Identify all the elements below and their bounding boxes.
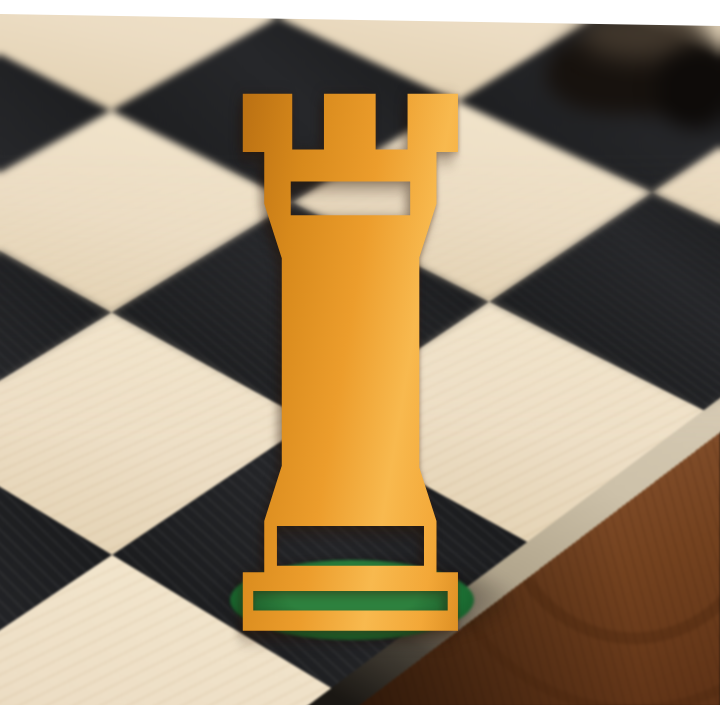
photo-border-bottom: [0, 705, 720, 720]
blurred-black-piece: [538, 14, 720, 149]
rook-felt-base: [230, 560, 474, 640]
product-photo: ♜: [0, 0, 720, 720]
blurred-piece-shadow: [656, 48, 720, 130]
